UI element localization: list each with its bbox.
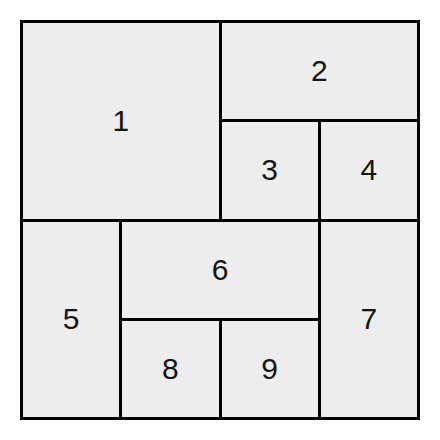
region-number: 5 bbox=[63, 304, 80, 334]
region-number: 6 bbox=[212, 255, 229, 285]
region-5: 5 bbox=[23, 222, 119, 418]
region-number: 3 bbox=[261, 155, 278, 185]
region-8: 8 bbox=[122, 321, 218, 417]
region-7: 7 bbox=[321, 222, 417, 418]
region-9: 9 bbox=[222, 321, 318, 417]
region-2: 2 bbox=[222, 23, 418, 119]
region-4: 4 bbox=[321, 122, 417, 218]
region-3: 3 bbox=[222, 122, 318, 218]
region-6: 6 bbox=[122, 222, 318, 318]
region-number: 2 bbox=[311, 56, 328, 86]
region-number: 8 bbox=[162, 354, 179, 384]
diagram-canvas: 123456789 bbox=[0, 0, 440, 440]
region-number: 1 bbox=[112, 106, 129, 136]
region-1: 1 bbox=[23, 23, 219, 219]
partition-board: 123456789 bbox=[20, 20, 420, 420]
region-number: 7 bbox=[361, 304, 378, 334]
region-number: 4 bbox=[361, 155, 378, 185]
region-number: 9 bbox=[261, 354, 278, 384]
